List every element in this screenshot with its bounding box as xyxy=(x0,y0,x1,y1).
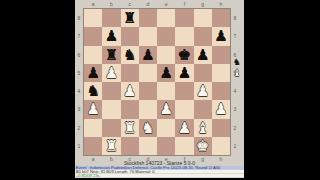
black-pawn: ♟ xyxy=(159,64,172,82)
square-h6[interactable] xyxy=(212,46,230,64)
file-labels-top: abcdefgh xyxy=(84,1,230,7)
coord-label: 4 xyxy=(76,82,82,100)
white-rook: ♜ xyxy=(105,137,118,155)
white-pawn: ♟ xyxy=(86,100,99,118)
square-c8[interactable]: ♜ xyxy=(121,9,139,27)
square-a6[interactable] xyxy=(84,46,102,64)
square-h7[interactable]: ♟ xyxy=(212,27,230,45)
square-f3[interactable] xyxy=(175,100,193,118)
white-bishop: ♝ xyxy=(196,119,209,137)
square-g2[interactable]: ♝ xyxy=(194,119,212,137)
white-knight: ♞ xyxy=(141,119,154,137)
coord-label: 8 xyxy=(232,9,238,27)
square-a4[interactable]: ♞ xyxy=(84,82,102,100)
square-e7[interactable] xyxy=(157,27,175,45)
square-g8[interactable] xyxy=(194,9,212,27)
square-c5[interactable] xyxy=(121,64,139,82)
coord-label: 5 xyxy=(76,64,82,82)
square-a8[interactable] xyxy=(84,9,102,27)
rank-labels-right: 87654321 xyxy=(232,9,238,155)
square-f2[interactable]: ♟ xyxy=(175,119,193,137)
coord-label: f xyxy=(175,1,193,7)
square-f6[interactable]: ♚ xyxy=(175,46,193,64)
coord-label: 8 xyxy=(76,9,82,27)
black-knight-icon: ♞ xyxy=(231,57,243,68)
coord-label: 6 xyxy=(76,46,82,64)
white-pawn: ♟ xyxy=(178,119,191,137)
square-h4[interactable] xyxy=(212,82,230,100)
black-pawn: ♟ xyxy=(141,46,154,64)
letterbox-right xyxy=(244,0,320,180)
black-pawn: ♟ xyxy=(196,46,209,64)
square-h1[interactable] xyxy=(212,137,230,155)
white-pawn: ♟ xyxy=(196,82,209,100)
square-a5[interactable]: ♟ xyxy=(84,64,102,82)
coord-label: g xyxy=(194,1,212,7)
coord-label: 7 xyxy=(232,27,238,45)
square-e8[interactable] xyxy=(157,9,175,27)
white-pawn: ♟ xyxy=(105,64,118,82)
coord-label: b xyxy=(102,1,120,7)
square-c6[interactable]: ♞ xyxy=(121,46,139,64)
square-g4[interactable]: ♟ xyxy=(194,82,212,100)
square-d4[interactable] xyxy=(139,82,157,100)
chess-app-panel: abcdefgh abcdefgh 87654321 87654321 ♜♟♟♜… xyxy=(75,0,244,180)
square-b7[interactable]: ♟ xyxy=(102,27,120,45)
square-f1[interactable] xyxy=(175,137,193,155)
event-line: Event : Indonesian Padepokan Defense, Ca… xyxy=(75,166,245,169)
rank-labels-left: 87654321 xyxy=(76,9,82,155)
square-d2[interactable]: ♞ xyxy=(139,119,157,137)
square-h5[interactable] xyxy=(212,64,230,82)
white-pawn: ♟ xyxy=(123,82,136,100)
square-b4[interactable] xyxy=(102,82,120,100)
square-f8[interactable] xyxy=(175,9,193,27)
white-pawn: ♟ xyxy=(214,100,227,118)
square-d3[interactable] xyxy=(139,100,157,118)
coord-label: 3 xyxy=(76,100,82,118)
material-diff-panel: ♞ ♝ xyxy=(231,57,243,79)
black-rook: ♜ xyxy=(105,46,118,64)
white-pawn: ♟ xyxy=(159,100,172,118)
engine-info-line: B0 b07 Next: 81 B09 Length: 76 Material:… xyxy=(75,170,245,173)
square-e1[interactable] xyxy=(157,137,175,155)
black-knight: ♞ xyxy=(123,46,136,64)
black-pawn: ♟ xyxy=(178,64,191,82)
square-f5[interactable]: ♟ xyxy=(175,64,193,82)
coord-label: c xyxy=(121,1,139,7)
white-king: ♚ xyxy=(196,137,209,155)
square-b2[interactable] xyxy=(102,119,120,137)
square-a7[interactable] xyxy=(84,27,102,45)
coord-label: e xyxy=(157,1,175,7)
bottom-edge xyxy=(75,178,244,180)
square-d1[interactable] xyxy=(139,137,157,155)
square-e3[interactable]: ♟ xyxy=(157,100,175,118)
square-e2[interactable] xyxy=(157,119,175,137)
square-f7[interactable] xyxy=(175,27,193,45)
square-h3[interactable]: ♟ xyxy=(212,100,230,118)
square-e6[interactable] xyxy=(157,46,175,64)
coord-label: a xyxy=(84,1,102,7)
square-b1[interactable]: ♜ xyxy=(102,137,120,155)
square-f4[interactable] xyxy=(175,82,193,100)
coord-label: h xyxy=(212,1,230,7)
coord-label: 2 xyxy=(76,119,82,137)
square-c7[interactable] xyxy=(121,27,139,45)
square-a1[interactable] xyxy=(84,137,102,155)
square-d5[interactable] xyxy=(139,64,157,82)
black-pawn: ♟ xyxy=(214,27,227,45)
square-e4[interactable] xyxy=(157,82,175,100)
square-a3[interactable]: ♟ xyxy=(84,100,102,118)
square-c1[interactable] xyxy=(121,137,139,155)
square-b3[interactable] xyxy=(102,100,120,118)
square-d6[interactable]: ♟ xyxy=(139,46,157,64)
square-g7[interactable] xyxy=(194,27,212,45)
coord-label: d xyxy=(139,1,157,7)
black-pawn: ♟ xyxy=(86,64,99,82)
square-g6[interactable]: ♟ xyxy=(194,46,212,64)
square-d7[interactable] xyxy=(139,27,157,45)
square-b5[interactable]: ♟ xyxy=(102,64,120,82)
square-g5[interactable] xyxy=(194,64,212,82)
white-rook: ♜ xyxy=(123,119,136,137)
square-g3[interactable] xyxy=(194,100,212,118)
square-a2[interactable] xyxy=(84,119,102,137)
black-rook: ♜ xyxy=(123,9,136,27)
letterbox-left xyxy=(0,0,75,180)
coord-label: 1 xyxy=(76,137,82,155)
square-d8[interactable] xyxy=(139,9,157,27)
coord-label: 3 xyxy=(232,100,238,118)
square-e5[interactable]: ♟ xyxy=(157,64,175,82)
coord-label: 2 xyxy=(232,119,238,137)
black-knight: ♞ xyxy=(86,82,99,100)
engine-eval-line: +0.85/09 23s xyxy=(75,174,245,177)
coord-label: 4 xyxy=(232,82,238,100)
black-king: ♚ xyxy=(178,46,191,64)
square-b6[interactable]: ♜ xyxy=(102,46,120,64)
square-c4[interactable]: ♟ xyxy=(121,82,139,100)
square-c2[interactable]: ♜ xyxy=(121,119,139,137)
chess-board: ♜♟♟♜♞♟♚♟♟♟♟♟♞♟♟♟♟♟♜♞♟♝♜♚ xyxy=(84,9,230,155)
coord-label: 1 xyxy=(232,137,238,155)
coord-label: 7 xyxy=(76,27,82,45)
black-pawn: ♟ xyxy=(105,27,118,45)
square-c3[interactable] xyxy=(121,100,139,118)
square-h2[interactable] xyxy=(212,119,230,137)
square-h8[interactable] xyxy=(212,9,230,27)
video-frame: abcdefgh abcdefgh 87654321 87654321 ♜♟♟♜… xyxy=(0,0,320,180)
square-b8[interactable] xyxy=(102,9,120,27)
square-g1[interactable]: ♚ xyxy=(194,137,212,155)
white-bishop-icon: ♝ xyxy=(231,68,243,79)
